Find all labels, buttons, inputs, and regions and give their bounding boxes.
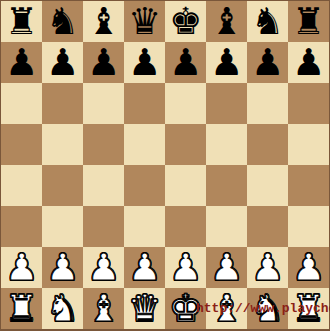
square-a2[interactable]: ♟ bbox=[1, 247, 42, 288]
square-a6[interactable] bbox=[1, 83, 42, 124]
black-bishop: ♝ bbox=[87, 1, 120, 42]
black-pawn: ♟ bbox=[292, 42, 325, 83]
square-d6[interactable] bbox=[124, 83, 165, 124]
square-h1[interactable]: ♜ bbox=[288, 288, 329, 329]
white-pawn: ♟ bbox=[251, 247, 284, 288]
square-c7[interactable]: ♟ bbox=[83, 42, 124, 83]
square-h3[interactable] bbox=[288, 206, 329, 247]
white-pawn: ♟ bbox=[46, 247, 79, 288]
square-h4[interactable] bbox=[288, 165, 329, 206]
square-h7[interactable]: ♟ bbox=[288, 42, 329, 83]
square-h5[interactable] bbox=[288, 124, 329, 165]
square-f6[interactable] bbox=[206, 83, 247, 124]
square-b8[interactable]: ♞ bbox=[42, 1, 83, 42]
white-rook: ♜ bbox=[292, 288, 325, 329]
black-rook: ♜ bbox=[292, 1, 325, 42]
square-d3[interactable] bbox=[124, 206, 165, 247]
square-d7[interactable]: ♟ bbox=[124, 42, 165, 83]
white-pawn: ♟ bbox=[210, 247, 243, 288]
square-e2[interactable]: ♟ bbox=[165, 247, 206, 288]
square-b2[interactable]: ♟ bbox=[42, 247, 83, 288]
square-h2[interactable]: ♟ bbox=[288, 247, 329, 288]
white-pawn: ♟ bbox=[128, 247, 161, 288]
square-e3[interactable] bbox=[165, 206, 206, 247]
square-f4[interactable] bbox=[206, 165, 247, 206]
square-d2[interactable]: ♟ bbox=[124, 247, 165, 288]
square-g8[interactable]: ♞ bbox=[247, 1, 288, 42]
square-e8[interactable]: ♚ bbox=[165, 1, 206, 42]
white-king: ♚ bbox=[169, 288, 202, 329]
white-pawn: ♟ bbox=[87, 247, 120, 288]
square-g1[interactable]: ♞ bbox=[247, 288, 288, 329]
square-b4[interactable] bbox=[42, 165, 83, 206]
square-a3[interactable] bbox=[1, 206, 42, 247]
square-a4[interactable] bbox=[1, 165, 42, 206]
chess-board: ♜♞♝♛♚♝♞♜♟♟♟♟♟♟♟♟♟♟♟♟♟♟♟♟♜♞♝♛♚♝♞♜ bbox=[1, 1, 329, 329]
chess-board-window: ♜♞♝♛♚♝♞♜♟♟♟♟♟♟♟♟♟♟♟♟♟♟♟♟♜♞♝♛♚♝♞♜ http://… bbox=[0, 0, 330, 331]
white-bishop: ♝ bbox=[210, 288, 243, 329]
square-d8[interactable]: ♛ bbox=[124, 1, 165, 42]
square-e5[interactable] bbox=[165, 124, 206, 165]
square-c5[interactable] bbox=[83, 124, 124, 165]
square-g3[interactable] bbox=[247, 206, 288, 247]
square-e1[interactable]: ♚ bbox=[165, 288, 206, 329]
black-pawn: ♟ bbox=[251, 42, 284, 83]
square-g6[interactable] bbox=[247, 83, 288, 124]
square-f8[interactable]: ♝ bbox=[206, 1, 247, 42]
white-knight: ♞ bbox=[46, 288, 79, 329]
square-c8[interactable]: ♝ bbox=[83, 1, 124, 42]
square-e7[interactable]: ♟ bbox=[165, 42, 206, 83]
square-d5[interactable] bbox=[124, 124, 165, 165]
black-pawn: ♟ bbox=[87, 42, 120, 83]
black-pawn: ♟ bbox=[210, 42, 243, 83]
square-b5[interactable] bbox=[42, 124, 83, 165]
square-f2[interactable]: ♟ bbox=[206, 247, 247, 288]
square-g5[interactable] bbox=[247, 124, 288, 165]
square-b6[interactable] bbox=[42, 83, 83, 124]
square-g4[interactable] bbox=[247, 165, 288, 206]
square-f1[interactable]: ♝ bbox=[206, 288, 247, 329]
square-f5[interactable] bbox=[206, 124, 247, 165]
black-king: ♚ bbox=[169, 1, 202, 42]
square-d4[interactable] bbox=[124, 165, 165, 206]
square-g7[interactable]: ♟ bbox=[247, 42, 288, 83]
square-h8[interactable]: ♜ bbox=[288, 1, 329, 42]
square-a7[interactable]: ♟ bbox=[1, 42, 42, 83]
square-g2[interactable]: ♟ bbox=[247, 247, 288, 288]
white-pawn: ♟ bbox=[5, 247, 38, 288]
square-a5[interactable] bbox=[1, 124, 42, 165]
square-c6[interactable] bbox=[83, 83, 124, 124]
square-a1[interactable]: ♜ bbox=[1, 288, 42, 329]
black-pawn: ♟ bbox=[128, 42, 161, 83]
square-d1[interactable]: ♛ bbox=[124, 288, 165, 329]
black-rook: ♜ bbox=[5, 1, 38, 42]
black-knight: ♞ bbox=[46, 1, 79, 42]
square-b1[interactable]: ♞ bbox=[42, 288, 83, 329]
square-f3[interactable] bbox=[206, 206, 247, 247]
square-b7[interactable]: ♟ bbox=[42, 42, 83, 83]
white-knight: ♞ bbox=[251, 288, 284, 329]
black-knight: ♞ bbox=[251, 1, 284, 42]
white-pawn: ♟ bbox=[292, 247, 325, 288]
black-pawn: ♟ bbox=[46, 42, 79, 83]
white-queen: ♛ bbox=[128, 288, 161, 329]
square-c2[interactable]: ♟ bbox=[83, 247, 124, 288]
square-c1[interactable]: ♝ bbox=[83, 288, 124, 329]
white-bishop: ♝ bbox=[87, 288, 120, 329]
black-pawn: ♟ bbox=[5, 42, 38, 83]
white-rook: ♜ bbox=[5, 288, 38, 329]
square-a8[interactable]: ♜ bbox=[1, 1, 42, 42]
square-e6[interactable] bbox=[165, 83, 206, 124]
square-c3[interactable] bbox=[83, 206, 124, 247]
square-b3[interactable] bbox=[42, 206, 83, 247]
square-e4[interactable] bbox=[165, 165, 206, 206]
square-c4[interactable] bbox=[83, 165, 124, 206]
white-pawn: ♟ bbox=[169, 247, 202, 288]
square-f7[interactable]: ♟ bbox=[206, 42, 247, 83]
black-pawn: ♟ bbox=[169, 42, 202, 83]
black-queen: ♛ bbox=[128, 1, 161, 42]
square-h6[interactable] bbox=[288, 83, 329, 124]
black-bishop: ♝ bbox=[210, 1, 243, 42]
